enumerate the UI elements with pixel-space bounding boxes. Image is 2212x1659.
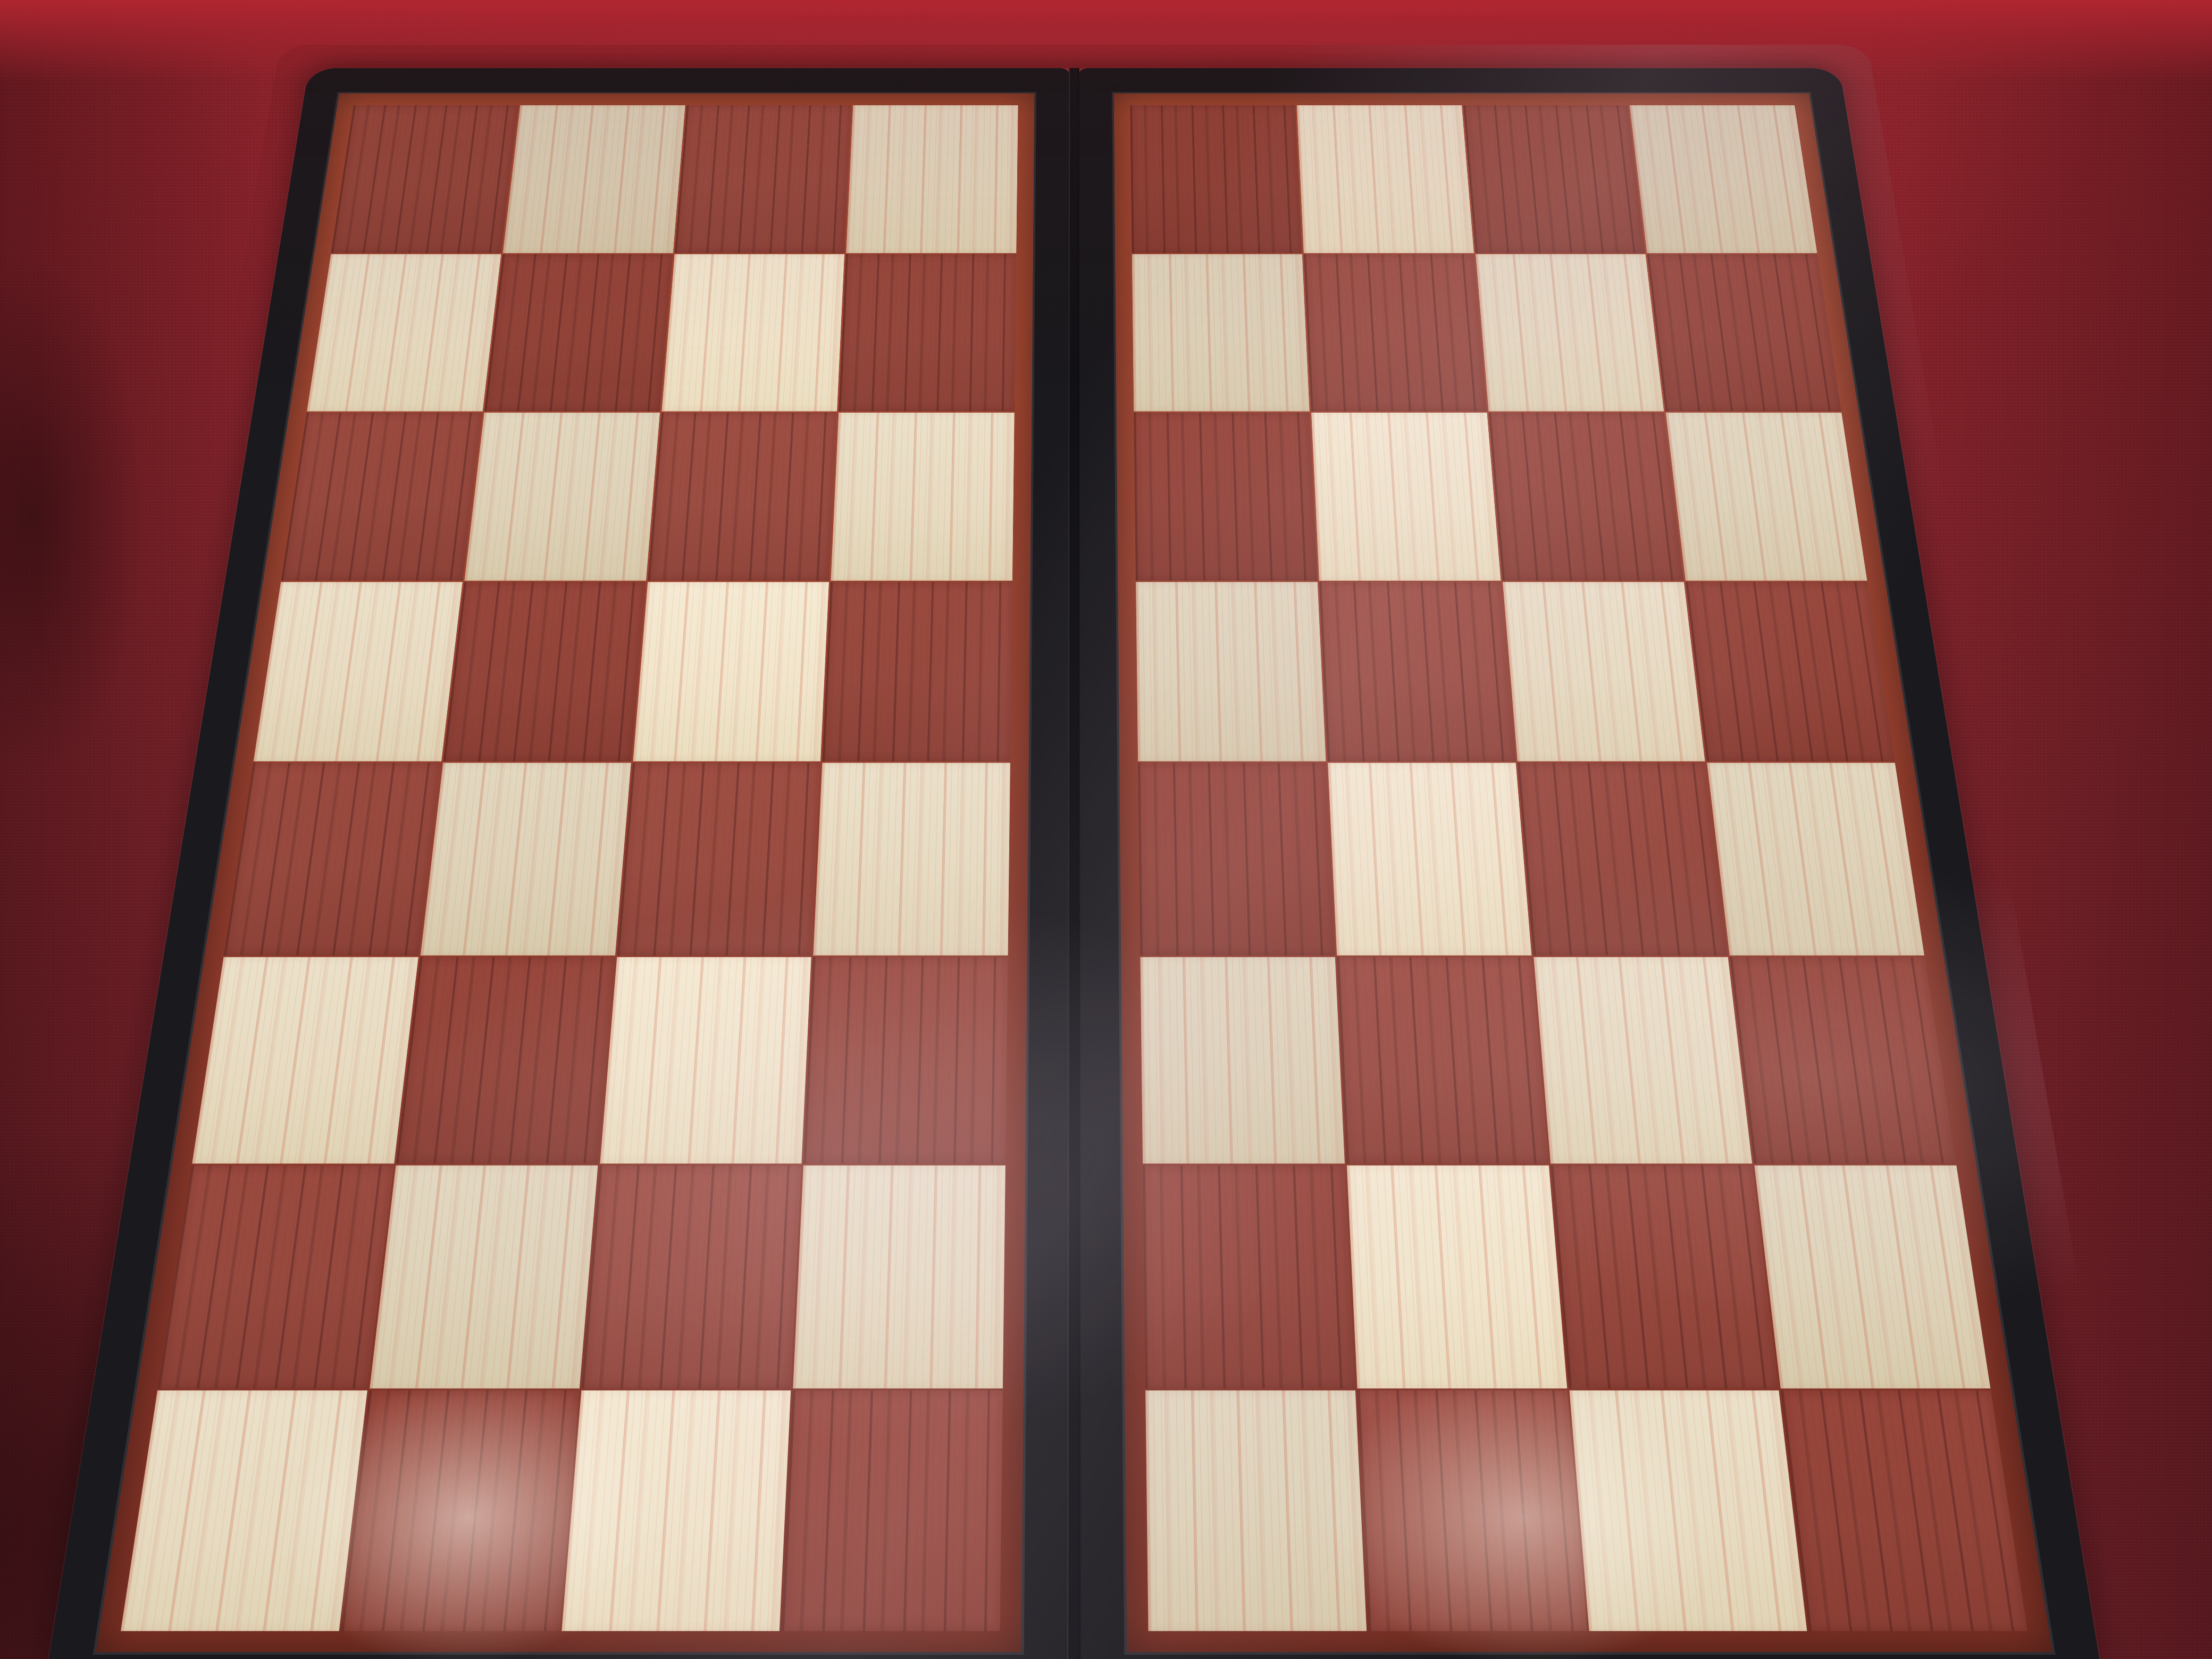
square-f7[interactable] — [1304, 254, 1487, 412]
square-c5[interactable] — [633, 582, 829, 761]
square-e8[interactable] — [1130, 105, 1302, 253]
square-d7[interactable] — [839, 254, 1016, 412]
square-a2[interactable] — [158, 1166, 394, 1388]
right-half-grid — [1130, 105, 2027, 1631]
square-d1[interactable] — [782, 1390, 1003, 1631]
square-d5[interactable] — [823, 582, 1012, 761]
square-c7[interactable] — [661, 254, 844, 412]
square-a1[interactable] — [121, 1390, 367, 1631]
square-b1[interactable] — [341, 1390, 579, 1631]
square-b2[interactable] — [370, 1166, 598, 1388]
board-right-half — [1079, 68, 2106, 1659]
square-f2[interactable] — [1347, 1166, 1567, 1388]
square-g8[interactable] — [1463, 105, 1646, 253]
square-h2[interactable] — [1754, 1166, 1990, 1388]
square-e6[interactable] — [1134, 413, 1317, 581]
folding-chessboard — [43, 68, 2106, 1659]
square-f8[interactable] — [1297, 105, 1474, 253]
square-d4[interactable] — [814, 763, 1010, 956]
square-d6[interactable] — [831, 413, 1015, 581]
square-a3[interactable] — [192, 957, 418, 1163]
square-a8[interactable] — [331, 105, 519, 253]
photo-backdrop-fabric — [0, 0, 2212, 1659]
square-h6[interactable] — [1666, 413, 1867, 581]
square-g5[interactable] — [1503, 582, 1705, 761]
square-e4[interactable] — [1138, 763, 1335, 956]
square-d8[interactable] — [846, 105, 1018, 253]
square-c4[interactable] — [617, 763, 820, 956]
left-half-grid — [121, 105, 1018, 1631]
square-e7[interactable] — [1132, 254, 1310, 412]
square-d3[interactable] — [803, 957, 1008, 1163]
square-b6[interactable] — [464, 413, 659, 581]
square-h1[interactable] — [1781, 1390, 2027, 1631]
square-f6[interactable] — [1311, 413, 1501, 581]
hinge-fold — [1067, 68, 1081, 1659]
square-h8[interactable] — [1630, 105, 1817, 253]
square-a7[interactable] — [307, 254, 501, 412]
square-h5[interactable] — [1686, 582, 1895, 761]
square-a6[interactable] — [281, 413, 482, 581]
square-e1[interactable] — [1145, 1390, 1367, 1631]
square-d2[interactable] — [793, 1166, 1005, 1388]
square-f4[interactable] — [1328, 763, 1531, 956]
square-g2[interactable] — [1551, 1166, 1779, 1388]
square-g1[interactable] — [1569, 1390, 1807, 1631]
square-a5[interactable] — [254, 582, 463, 761]
square-g4[interactable] — [1518, 763, 1728, 956]
square-c3[interactable] — [600, 957, 811, 1163]
square-b3[interactable] — [396, 957, 615, 1163]
square-b8[interactable] — [503, 105, 685, 253]
square-b7[interactable] — [484, 254, 673, 412]
square-f5[interactable] — [1319, 582, 1515, 761]
square-e2[interactable] — [1143, 1166, 1355, 1388]
square-c6[interactable] — [648, 413, 837, 581]
square-f3[interactable] — [1337, 957, 1548, 1163]
square-e5[interactable] — [1136, 582, 1326, 761]
square-b5[interactable] — [443, 582, 646, 761]
square-f1[interactable] — [1358, 1390, 1587, 1631]
square-c8[interactable] — [675, 105, 852, 253]
square-g3[interactable] — [1534, 957, 1753, 1163]
square-g6[interactable] — [1488, 413, 1683, 581]
square-a4[interactable] — [224, 763, 441, 956]
square-h4[interactable] — [1707, 763, 1924, 956]
square-h7[interactable] — [1647, 254, 1841, 412]
square-c2[interactable] — [581, 1166, 801, 1388]
square-b4[interactable] — [421, 763, 631, 956]
square-g7[interactable] — [1476, 254, 1664, 412]
board-left-half — [43, 68, 1069, 1659]
square-c1[interactable] — [562, 1390, 791, 1631]
square-h3[interactable] — [1730, 957, 1956, 1163]
square-e3[interactable] — [1140, 957, 1344, 1163]
